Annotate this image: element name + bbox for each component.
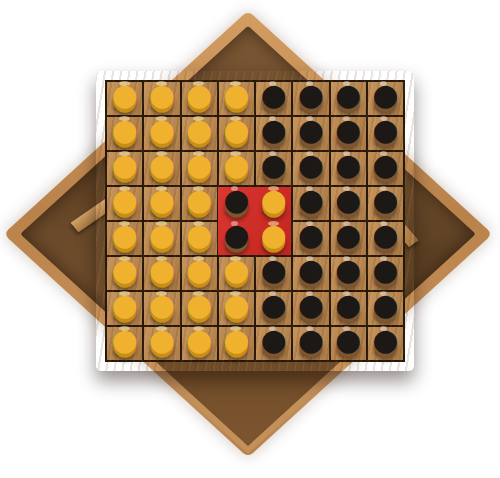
cell-c5[interactable]: ● [182,222,217,255]
cell-h1[interactable]: ● [368,82,403,115]
cell-e6[interactable]: ● [256,257,291,290]
cell-a1[interactable]: ● [107,82,142,115]
black-peg: ● [368,78,403,111]
yellow-peg: ● [182,78,217,111]
cell-c7[interactable]: ● [182,292,217,325]
cell-f4[interactable]: ● [293,187,328,220]
yellow-peg: ● [144,148,179,181]
yellow-peg: ● [182,288,217,321]
cell-e8[interactable]: ● [256,327,291,360]
black-peg: ● [368,113,403,146]
cell-f8[interactable]: ● [293,327,328,360]
cell-h7[interactable]: ● [368,292,403,325]
black-peg: ● [256,253,291,286]
black-peg: ● [368,288,403,321]
yellow-peg: ● [144,218,179,251]
cell-h6[interactable]: ● [368,257,403,290]
black-peg: ● [293,323,328,356]
cell-h2[interactable]: ● [368,117,403,150]
cell-g8[interactable]: ● [331,327,366,360]
cell-f2[interactable]: ● [293,117,328,150]
cell-h4[interactable]: ● [368,187,403,220]
cell-b3[interactable]: ● [144,152,179,185]
black-peg: ● [293,288,328,321]
cell-b8[interactable]: ● [144,327,179,360]
black-peg: ● [293,113,328,146]
yellow-peg: ● [182,218,217,251]
cell-f7[interactable]: ● [293,292,328,325]
cell-c1[interactable]: ● [182,82,217,115]
cell-d8[interactable]: ● [219,327,254,360]
cell-d2[interactable]: ● [219,117,254,150]
black-peg: ● [256,113,291,146]
black-peg: ● [368,218,403,251]
cell-a2[interactable]: ● [107,117,142,150]
cell-f5[interactable]: ● [293,222,328,255]
cell-e3[interactable]: ● [256,152,291,185]
yellow-peg: ● [107,288,142,321]
cell-d7[interactable]: ● [219,292,254,325]
yellow-peg: ● [182,183,217,216]
yellow-peg: ● [182,113,217,146]
cell-h8[interactable]: ● [368,327,403,360]
black-peg: ● [368,253,403,286]
cell-f3[interactable]: ● [293,152,328,185]
cell-b2[interactable]: ● [144,117,179,150]
yellow-peg: ● [256,183,291,216]
black-peg: ● [256,323,291,356]
black-peg: ● [256,148,291,181]
yellow-peg: ● [219,113,254,146]
yellow-peg: ● [107,148,142,181]
yellow-peg: ● [219,148,254,181]
black-peg: ● [219,218,254,251]
cell-h5[interactable]: ● [368,222,403,255]
cell-e4[interactable]: ● [256,187,291,220]
cell-e5[interactable]: ● [256,222,291,255]
yellow-peg: ● [107,323,142,356]
cell-g4[interactable]: ● [331,187,366,220]
cell-e2[interactable]: ● [256,117,291,150]
black-peg: ● [293,78,328,111]
black-peg: ● [368,323,403,356]
cell-g7[interactable]: ● [331,292,366,325]
cell-f6[interactable]: ● [293,257,328,290]
cell-a7[interactable]: ● [107,292,142,325]
cell-g2[interactable]: ● [331,117,366,150]
cell-g1[interactable]: ● [331,82,366,115]
yellow-peg: ● [182,323,217,356]
cell-e1[interactable]: ● [256,82,291,115]
cell-b6[interactable]: ● [144,257,179,290]
black-peg: ● [331,288,366,321]
yellow-peg: ● [219,323,254,356]
yellow-peg: ● [219,288,254,321]
black-peg: ● [331,218,366,251]
black-peg: ● [293,183,328,216]
yellow-peg: ● [219,78,254,111]
yellow-peg: ● [256,218,291,251]
cell-c8[interactable]: ● [182,327,217,360]
cell-d6[interactable]: ● [219,257,254,290]
yellow-peg: ● [219,253,254,286]
cell-d5[interactable]: ● [219,222,254,255]
cell-e7[interactable]: ● [256,292,291,325]
cell-b1[interactable]: ● [144,82,179,115]
black-peg: ● [331,113,366,146]
cell-d3[interactable]: ● [219,152,254,185]
black-peg: ● [368,148,403,181]
product-photo-scene: ●●●●●●●●●●●●●●●●●●●●●●●●●●●●●●●●●●●●●●●●… [0,0,500,478]
yellow-peg: ● [107,253,142,286]
board-grid: ●●●●●●●●●●●●●●●●●●●●●●●●●●●●●●●●●●●●●●●●… [105,80,405,362]
black-peg: ● [293,218,328,251]
black-peg: ● [256,288,291,321]
cell-a5[interactable]: ● [107,222,142,255]
black-peg: ● [219,183,254,216]
yellow-peg: ● [144,113,179,146]
yellow-peg: ● [144,78,179,111]
cell-a6[interactable]: ● [107,257,142,290]
black-peg: ● [331,148,366,181]
othello-board: ●●●●●●●●●●●●●●●●●●●●●●●●●●●●●●●●●●●●●●●●… [96,71,414,371]
yellow-peg: ● [182,253,217,286]
yellow-peg: ● [107,183,142,216]
cell-b5[interactable]: ● [144,222,179,255]
black-peg: ● [331,323,366,356]
yellow-peg: ● [144,288,179,321]
black-peg: ● [293,148,328,181]
black-peg: ● [331,78,366,111]
yellow-peg: ● [107,113,142,146]
yellow-peg: ● [182,148,217,181]
cell-b7[interactable]: ● [144,292,179,325]
cell-d1[interactable]: ● [219,82,254,115]
cell-c3[interactable]: ● [182,152,217,185]
cell-d4[interactable]: ● [219,187,254,220]
cell-g5[interactable]: ● [331,222,366,255]
black-peg: ● [368,183,403,216]
black-peg: ● [256,78,291,111]
cell-g3[interactable]: ● [331,152,366,185]
cell-a8[interactable]: ● [107,327,142,360]
cell-f1[interactable]: ● [293,82,328,115]
yellow-peg: ● [144,323,179,356]
cell-b4[interactable]: ● [144,187,179,220]
cell-a4[interactable]: ● [107,187,142,220]
cell-h3[interactable]: ● [368,152,403,185]
black-peg: ● [331,253,366,286]
black-peg: ● [331,183,366,216]
yellow-peg: ● [144,183,179,216]
black-peg: ● [293,253,328,286]
cell-c2[interactable]: ● [182,117,217,150]
yellow-peg: ● [107,78,142,111]
cell-a3[interactable]: ● [107,152,142,185]
cell-c6[interactable]: ● [182,257,217,290]
cell-g6[interactable]: ● [331,257,366,290]
cell-c4[interactable]: ● [182,187,217,220]
yellow-peg: ● [144,253,179,286]
yellow-peg: ● [107,218,142,251]
